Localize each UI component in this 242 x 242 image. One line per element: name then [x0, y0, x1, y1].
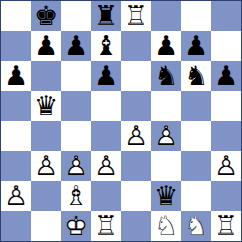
- piece-white-rook[interactable]: ♜♖: [91, 211, 121, 241]
- square-b4[interactable]: [31, 121, 61, 151]
- square-a8[interactable]: [1, 1, 31, 31]
- piece-white-pawn[interactable]: ♟♙: [151, 121, 181, 151]
- square-e6[interactable]: [121, 61, 151, 91]
- piece-glyph: ♟: [151, 31, 181, 61]
- square-d3[interactable]: ♟♙: [91, 151, 121, 181]
- square-f1[interactable]: ♞♘: [151, 211, 181, 241]
- piece-glyph: ♝: [91, 31, 121, 61]
- square-g7[interactable]: ♟: [181, 31, 211, 61]
- piece-white-pawn[interactable]: ♟♙: [121, 121, 151, 151]
- square-a7[interactable]: [1, 31, 31, 61]
- square-c6[interactable]: [61, 61, 91, 91]
- piece-outline-layer: ♖: [211, 211, 241, 241]
- piece-white-rook[interactable]: ♜♖: [121, 1, 151, 31]
- square-c4[interactable]: [61, 121, 91, 151]
- square-g6[interactable]: ♞: [181, 61, 211, 91]
- piece-black-pawn[interactable]: ♟: [211, 61, 241, 91]
- square-b5[interactable]: ♛: [31, 91, 61, 121]
- piece-black-knight[interactable]: ♞: [151, 61, 181, 91]
- piece-black-pawn[interactable]: ♟: [91, 61, 121, 91]
- piece-outline-layer: ♙: [1, 181, 31, 211]
- piece-outline-layer: ♙: [91, 151, 121, 181]
- square-h8[interactable]: [211, 1, 241, 31]
- square-h2[interactable]: [211, 181, 241, 211]
- piece-white-pawn[interactable]: ♟♙: [211, 151, 241, 181]
- square-f8[interactable]: [151, 1, 181, 31]
- square-g1[interactable]: ♞♘: [181, 211, 211, 241]
- piece-glyph: ♟: [211, 61, 241, 91]
- piece-black-rook[interactable]: ♜: [91, 1, 121, 31]
- square-d2[interactable]: [91, 181, 121, 211]
- square-a6[interactable]: ♟: [1, 61, 31, 91]
- square-h5[interactable]: [211, 91, 241, 121]
- piece-outline-layer: ♖: [91, 211, 121, 241]
- square-g5[interactable]: [181, 91, 211, 121]
- piece-glyph: ♟: [1, 61, 31, 91]
- piece-glyph: ♟: [31, 31, 61, 61]
- square-h4[interactable]: [211, 121, 241, 151]
- square-h7[interactable]: [211, 31, 241, 61]
- piece-white-rook[interactable]: ♜♖: [211, 211, 241, 241]
- square-d4[interactable]: [91, 121, 121, 151]
- piece-glyph: ♞: [181, 61, 211, 91]
- square-c5[interactable]: [61, 91, 91, 121]
- square-d7[interactable]: ♝: [91, 31, 121, 61]
- square-d8[interactable]: ♜: [91, 1, 121, 31]
- piece-outline-layer: ♘: [151, 211, 181, 241]
- square-b8[interactable]: ♚: [31, 1, 61, 31]
- chess-board: ♚♜♜♖♟♟♝♟♟♟♟♞♞♟♛♟♙♟♙♟♙♟♙♟♙♟♙♟♙♝♗♛♚♔♜♖♞♘♞♘…: [0, 0, 242, 242]
- piece-black-queen[interactable]: ♛: [31, 91, 61, 121]
- piece-outline-layer: ♘: [181, 211, 211, 241]
- piece-outline-layer: ♖: [121, 1, 151, 31]
- square-c1[interactable]: ♚♔: [61, 211, 91, 241]
- piece-outline-layer: ♙: [61, 151, 91, 181]
- square-b7[interactable]: ♟: [31, 31, 61, 61]
- piece-glyph: ♜: [91, 1, 121, 31]
- square-h6[interactable]: ♟: [211, 61, 241, 91]
- square-g2[interactable]: [181, 181, 211, 211]
- piece-outline-layer: ♙: [211, 151, 241, 181]
- piece-white-pawn[interactable]: ♟♙: [1, 181, 31, 211]
- piece-white-knight[interactable]: ♞♘: [151, 211, 181, 241]
- square-e3[interactable]: [121, 151, 151, 181]
- square-b3[interactable]: ♟♙: [31, 151, 61, 181]
- piece-glyph: ♚: [31, 1, 61, 31]
- piece-white-king[interactable]: ♚♔: [61, 211, 91, 241]
- square-a5[interactable]: [1, 91, 31, 121]
- piece-outline-layer: ♔: [61, 211, 91, 241]
- square-g4[interactable]: [181, 121, 211, 151]
- piece-outline-layer: ♙: [31, 151, 61, 181]
- piece-black-bishop[interactable]: ♝: [91, 31, 121, 61]
- piece-outline-layer: ♙: [151, 121, 181, 151]
- piece-white-knight[interactable]: ♞♘: [181, 211, 211, 241]
- square-h3[interactable]: ♟♙: [211, 151, 241, 181]
- square-c2[interactable]: ♝♗: [61, 181, 91, 211]
- square-c7[interactable]: ♟: [61, 31, 91, 61]
- square-b2[interactable]: [31, 181, 61, 211]
- square-e4[interactable]: ♟♙: [121, 121, 151, 151]
- piece-black-pawn[interactable]: ♟: [181, 31, 211, 61]
- square-a4[interactable]: [1, 121, 31, 151]
- square-h1[interactable]: ♜♖: [211, 211, 241, 241]
- piece-white-pawn[interactable]: ♟♙: [61, 151, 91, 181]
- square-g3[interactable]: [181, 151, 211, 181]
- square-e1[interactable]: [121, 211, 151, 241]
- piece-white-pawn[interactable]: ♟♙: [91, 151, 121, 181]
- piece-outline-layer: ♙: [121, 121, 151, 151]
- piece-black-pawn[interactable]: ♟: [151, 31, 181, 61]
- piece-black-pawn[interactable]: ♟: [31, 31, 61, 61]
- square-d6[interactable]: ♟: [91, 61, 121, 91]
- square-f5[interactable]: [151, 91, 181, 121]
- piece-outline-layer: ♗: [61, 181, 91, 211]
- square-b6[interactable]: [31, 61, 61, 91]
- square-d1[interactable]: ♜♖: [91, 211, 121, 241]
- square-g8[interactable]: [181, 1, 211, 31]
- piece-black-knight[interactable]: ♞: [181, 61, 211, 91]
- square-e7[interactable]: [121, 31, 151, 61]
- square-d5[interactable]: [91, 91, 121, 121]
- piece-white-bishop[interactable]: ♝♗: [61, 181, 91, 211]
- piece-glyph: ♟: [91, 61, 121, 91]
- square-f3[interactable]: [151, 151, 181, 181]
- square-c3[interactable]: ♟♙: [61, 151, 91, 181]
- square-a3[interactable]: [1, 151, 31, 181]
- piece-glyph: ♟: [61, 31, 91, 61]
- square-a2[interactable]: ♟♙: [1, 181, 31, 211]
- square-e5[interactable]: [121, 91, 151, 121]
- square-f2[interactable]: ♛: [151, 181, 181, 211]
- piece-black-king[interactable]: ♚: [31, 1, 61, 31]
- square-c8[interactable]: [61, 1, 91, 31]
- piece-black-pawn[interactable]: ♟: [61, 31, 91, 61]
- piece-black-pawn[interactable]: ♟: [1, 61, 31, 91]
- piece-glyph: ♞: [151, 61, 181, 91]
- square-b1[interactable]: [31, 211, 61, 241]
- piece-glyph: ♟: [181, 31, 211, 61]
- square-e2[interactable]: [121, 181, 151, 211]
- piece-glyph: ♛: [151, 181, 181, 211]
- square-f6[interactable]: ♞: [151, 61, 181, 91]
- piece-black-queen[interactable]: ♛: [151, 181, 181, 211]
- square-f4[interactable]: ♟♙: [151, 121, 181, 151]
- square-f7[interactable]: ♟: [151, 31, 181, 61]
- piece-white-pawn[interactable]: ♟♙: [31, 151, 61, 181]
- square-a1[interactable]: [1, 211, 31, 241]
- piece-glyph: ♛: [31, 91, 61, 121]
- square-e8[interactable]: ♜♖: [121, 1, 151, 31]
